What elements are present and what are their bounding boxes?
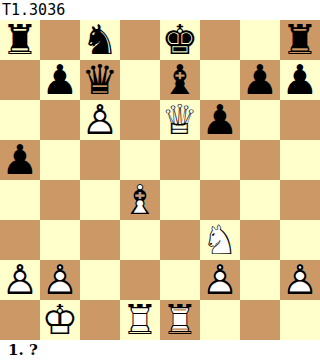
square-g2[interactable] [240, 260, 280, 300]
piece-fill: ♟ [200, 260, 240, 300]
square-f2[interactable]: ♟♙ [200, 260, 240, 300]
piece-fill: ♟ [0, 260, 40, 300]
square-c4[interactable] [80, 180, 120, 220]
square-d8[interactable] [120, 20, 160, 60]
square-h1[interactable] [280, 300, 320, 340]
square-a3[interactable] [0, 220, 40, 260]
square-c2[interactable] [80, 260, 120, 300]
square-e4[interactable] [160, 180, 200, 220]
piece-white-knight: ♘ [200, 220, 240, 260]
square-b8[interactable] [40, 20, 80, 60]
piece-white-pawn: ♙ [80, 100, 120, 140]
square-e8[interactable]: ♚ [160, 20, 200, 60]
piece-black-queen: ♛ [80, 60, 120, 100]
chess-puzzle-app: T1.3036 ♜♞♚♜♟♛♝♟♟♟♙♛♕♟♟♝♗♞♘♟♙♟♙♟♙♟♙♚♔♜♖♜… [0, 0, 320, 360]
square-d6[interactable] [120, 100, 160, 140]
square-h7[interactable]: ♟ [280, 60, 320, 100]
piece-white-pawn: ♙ [40, 260, 80, 300]
square-d1[interactable]: ♜♖ [120, 300, 160, 340]
piece-black-rook: ♜ [0, 20, 40, 60]
piece-white-pawn: ♙ [280, 260, 320, 300]
square-f8[interactable] [200, 20, 240, 60]
square-b5[interactable] [40, 140, 80, 180]
square-a2[interactable]: ♟♙ [0, 260, 40, 300]
piece-black-bishop: ♝ [160, 60, 200, 100]
chess-board: ♜♞♚♜♟♛♝♟♟♟♙♛♕♟♟♝♗♞♘♟♙♟♙♟♙♟♙♚♔♜♖♜♖ [0, 20, 320, 340]
square-a5[interactable]: ♟ [0, 140, 40, 180]
square-g1[interactable] [240, 300, 280, 340]
square-f6[interactable]: ♟ [200, 100, 240, 140]
piece-black-knight: ♞ [80, 20, 120, 60]
square-d5[interactable] [120, 140, 160, 180]
square-e2[interactable] [160, 260, 200, 300]
square-e5[interactable] [160, 140, 200, 180]
square-d2[interactable] [120, 260, 160, 300]
square-f5[interactable] [200, 140, 240, 180]
square-g6[interactable] [240, 100, 280, 140]
piece-white-queen: ♕ [160, 100, 200, 140]
puzzle-id: T1.3036 [0, 0, 320, 20]
square-c3[interactable] [80, 220, 120, 260]
square-b6[interactable] [40, 100, 80, 140]
square-a7[interactable] [0, 60, 40, 100]
square-e6[interactable]: ♛♕ [160, 100, 200, 140]
square-g3[interactable] [240, 220, 280, 260]
square-h2[interactable]: ♟♙ [280, 260, 320, 300]
square-h3[interactable] [280, 220, 320, 260]
piece-fill: ♚ [40, 300, 80, 340]
square-b7[interactable]: ♟ [40, 60, 80, 100]
square-a1[interactable] [0, 300, 40, 340]
piece-fill: ♞ [200, 220, 240, 260]
piece-white-rook: ♖ [160, 300, 200, 340]
square-c8[interactable]: ♞ [80, 20, 120, 60]
piece-black-pawn: ♟ [240, 60, 280, 100]
square-d4[interactable]: ♝♗ [120, 180, 160, 220]
square-d7[interactable] [120, 60, 160, 100]
square-h8[interactable]: ♜ [280, 20, 320, 60]
piece-white-rook: ♖ [120, 300, 160, 340]
square-g5[interactable] [240, 140, 280, 180]
piece-black-pawn: ♟ [200, 100, 240, 140]
piece-black-pawn: ♟ [0, 140, 40, 180]
square-c7[interactable]: ♛ [80, 60, 120, 100]
piece-white-pawn: ♙ [0, 260, 40, 300]
piece-fill: ♟ [280, 260, 320, 300]
square-b3[interactable] [40, 220, 80, 260]
piece-fill: ♟ [40, 260, 80, 300]
square-h4[interactable] [280, 180, 320, 220]
piece-fill: ♝ [120, 180, 160, 220]
piece-fill: ♟ [80, 100, 120, 140]
square-c5[interactable] [80, 140, 120, 180]
square-f4[interactable] [200, 180, 240, 220]
square-d3[interactable] [120, 220, 160, 260]
square-a8[interactable]: ♜ [0, 20, 40, 60]
move-prompt: 1. ? [0, 340, 320, 360]
piece-fill: ♛ [160, 100, 200, 140]
square-e1[interactable]: ♜♖ [160, 300, 200, 340]
square-b1[interactable]: ♚♔ [40, 300, 80, 340]
square-f1[interactable] [200, 300, 240, 340]
square-b2[interactable]: ♟♙ [40, 260, 80, 300]
square-g8[interactable] [240, 20, 280, 60]
square-b4[interactable] [40, 180, 80, 220]
square-a4[interactable] [0, 180, 40, 220]
piece-fill: ♜ [120, 300, 160, 340]
piece-black-king: ♚ [160, 20, 200, 60]
square-a6[interactable] [0, 100, 40, 140]
piece-white-pawn: ♙ [200, 260, 240, 300]
square-h5[interactable] [280, 140, 320, 180]
square-g7[interactable]: ♟ [240, 60, 280, 100]
square-f3[interactable]: ♞♘ [200, 220, 240, 260]
piece-white-king: ♔ [40, 300, 80, 340]
square-g4[interactable] [240, 180, 280, 220]
piece-black-rook: ♜ [280, 20, 320, 60]
square-c1[interactable] [80, 300, 120, 340]
square-e3[interactable] [160, 220, 200, 260]
piece-white-bishop: ♗ [120, 180, 160, 220]
piece-black-pawn: ♟ [40, 60, 80, 100]
square-f7[interactable] [200, 60, 240, 100]
piece-fill: ♜ [160, 300, 200, 340]
square-h6[interactable] [280, 100, 320, 140]
square-e7[interactable]: ♝ [160, 60, 200, 100]
square-c6[interactable]: ♟♙ [80, 100, 120, 140]
piece-black-pawn: ♟ [280, 60, 320, 100]
